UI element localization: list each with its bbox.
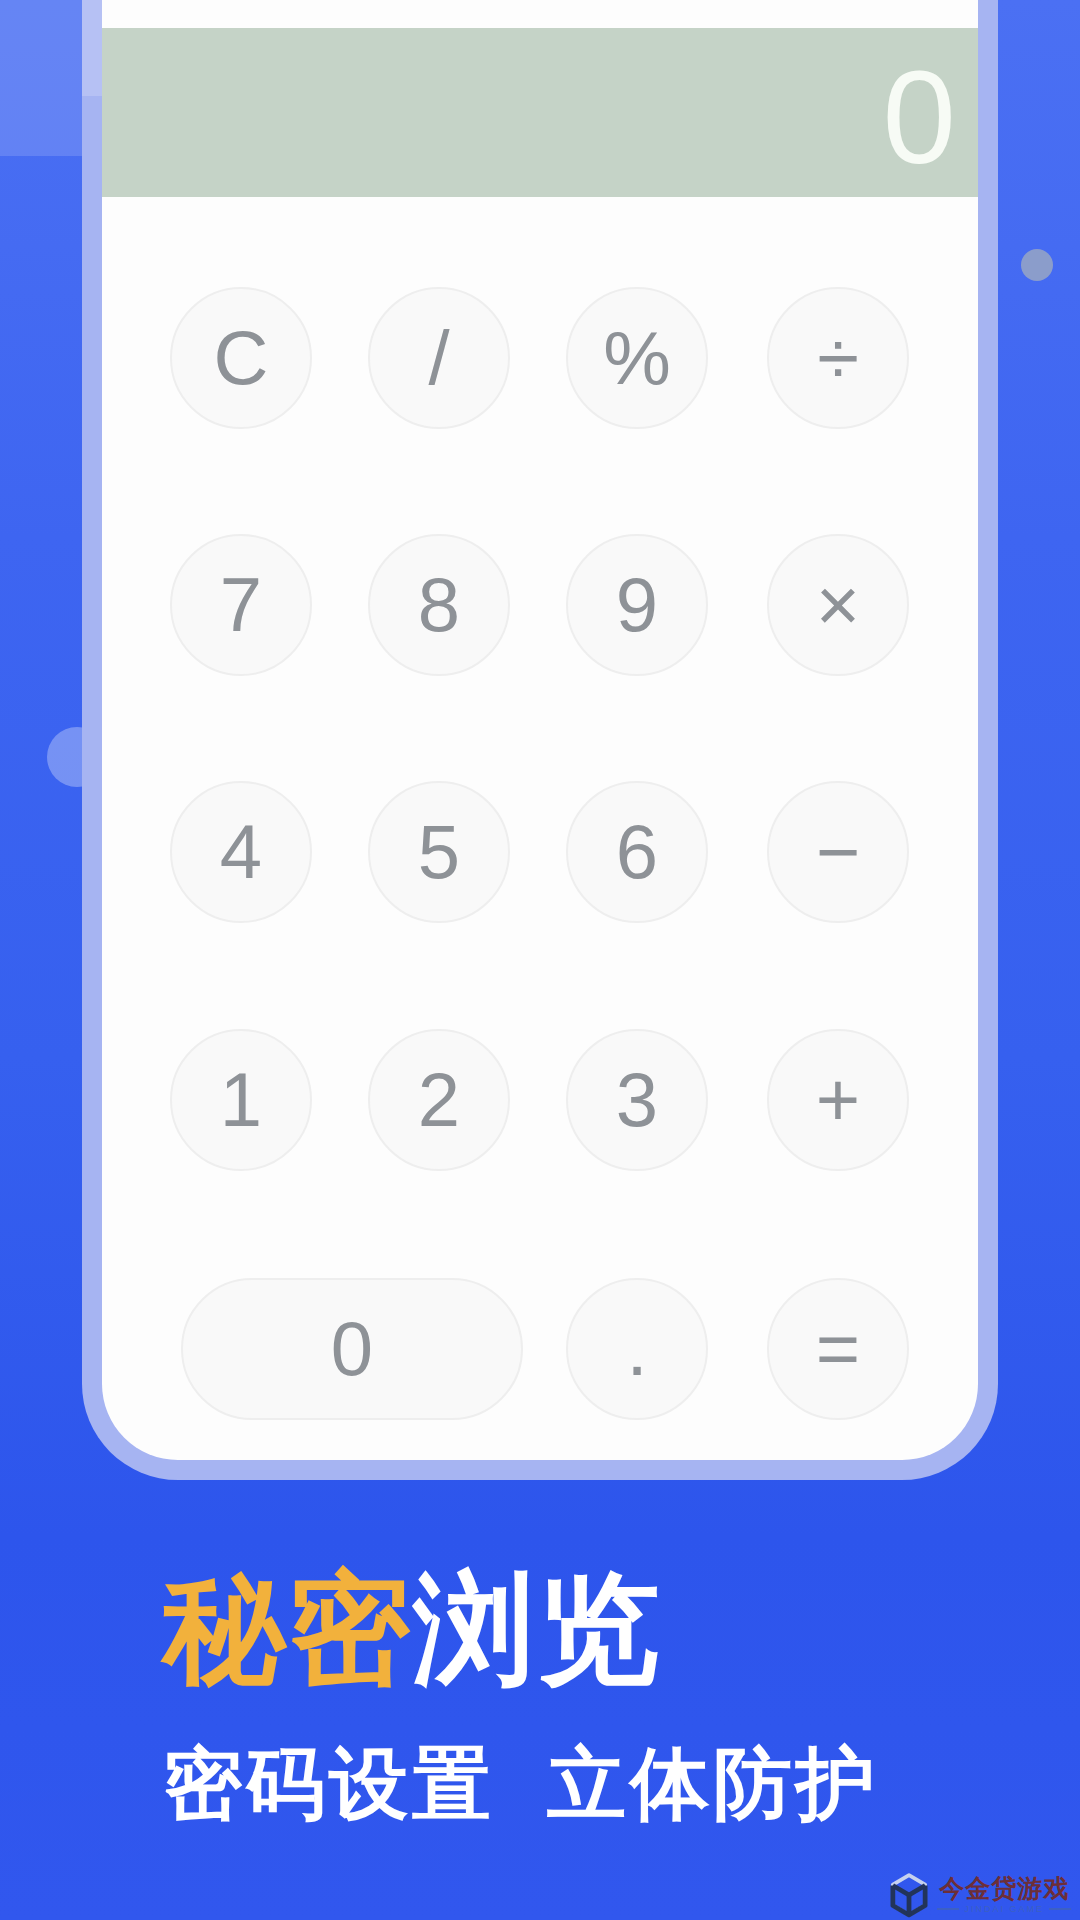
calc-display: 0: [102, 28, 978, 197]
key-clear[interactable]: C: [170, 287, 312, 429]
key-6[interactable]: 6: [566, 781, 708, 923]
key-5[interactable]: 5: [368, 781, 510, 923]
key-9[interactable]: 9: [566, 534, 708, 676]
phone-mockup: 0 C / % ÷ 7 8 9 × 4 5 6 − 1 2 3 + 0 . =: [82, 0, 998, 1480]
key-8[interactable]: 8: [368, 534, 510, 676]
key-3[interactable]: 3: [566, 1029, 708, 1171]
key-decimal[interactable]: .: [566, 1278, 708, 1420]
decor-dot-right: [1021, 249, 1053, 281]
subline-right: 立体防护: [547, 1738, 879, 1830]
display-value: 0: [883, 42, 956, 184]
key-1[interactable]: 1: [170, 1029, 312, 1171]
watermark-dash-right: [1049, 1908, 1071, 1910]
watermark-dash-left: [937, 1908, 959, 1910]
calculator-screen: 0 C / % ÷ 7 8 9 × 4 5 6 − 1 2 3 + 0 . =: [102, 0, 978, 1460]
key-equals[interactable]: =: [767, 1278, 909, 1420]
key-plus[interactable]: +: [767, 1029, 909, 1171]
key-divide[interactable]: ÷: [767, 287, 909, 429]
key-percent[interactable]: %: [566, 287, 708, 429]
watermark-sub-text: JINDAI GAME: [964, 1904, 1044, 1914]
key-slash[interactable]: /: [368, 287, 510, 429]
watermark: 今金贷游戏 JINDAI GAME: [890, 1872, 1076, 1918]
headline-rest: 浏览: [413, 1558, 663, 1700]
key-multiply[interactable]: ×: [767, 534, 909, 676]
key-4[interactable]: 4: [170, 781, 312, 923]
promo-subline: 密码设置立体防护: [163, 1745, 879, 1824]
key-7[interactable]: 7: [170, 534, 312, 676]
headline-highlight: 秘密: [163, 1558, 413, 1700]
key-minus[interactable]: −: [767, 781, 909, 923]
watermark-brand-text: 今金贷游戏: [939, 1876, 1069, 1902]
subline-left: 密码设置: [163, 1738, 495, 1830]
key-2[interactable]: 2: [368, 1029, 510, 1171]
cube-logo-icon: [890, 1872, 928, 1918]
key-0[interactable]: 0: [181, 1278, 523, 1420]
promo-headline: 秘密浏览: [163, 1568, 663, 1690]
phone-border-tint: [82, 0, 102, 96]
